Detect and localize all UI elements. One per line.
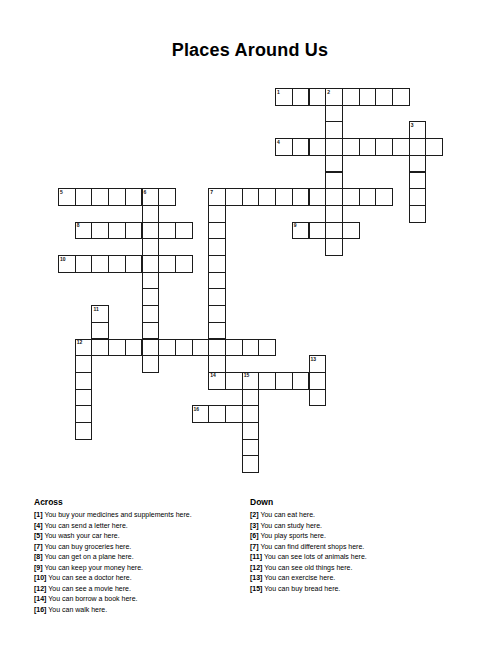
down-clue-13: [13] You can exercise here. [250,573,465,584]
cell-r17c13[interactable] [275,372,293,390]
cell-r8c3[interactable] [108,222,126,240]
cell-r0c16[interactable]: 2 [325,88,343,106]
cell-r7c21[interactable] [409,205,427,223]
cell-number: 6 [144,190,147,195]
down-clue-2: [2] You can eat here. [250,510,465,521]
cell-r8c4[interactable] [125,222,143,240]
cell-r17c11[interactable]: 15 [242,372,260,390]
across-clues-section: Across [1] You buy your medicines and su… [34,497,239,615]
down-clue-6: [6] You play sports here. [250,531,465,542]
cell-number: 14 [210,373,216,378]
cell-r15c10[interactable] [225,339,243,357]
cell-r6c9[interactable]: 7 [208,188,226,206]
cell-r15c4[interactable] [125,339,143,357]
cell-r19c1[interactable] [75,405,93,423]
cell-r6c4[interactable] [125,188,143,206]
cell-r8c17[interactable] [342,222,360,240]
cell-r6c6[interactable] [158,188,176,206]
cell-number: 2 [327,90,330,95]
cell-r0c20[interactable] [392,88,410,106]
down-clue-12: [12] You can see old things here. [250,563,465,574]
clue-text: You can see old things here. [262,564,352,571]
cell-r2c21[interactable]: 3 [409,121,427,139]
across-header: Across [34,497,239,507]
cell-r0c18[interactable] [359,88,377,106]
clue-text: You can walk here. [46,606,107,613]
clue-text: You can get on a plane here. [43,553,134,560]
cell-number: 13 [311,357,317,362]
cell-r6c1[interactable] [75,188,93,206]
cell-r6c15[interactable] [309,188,327,206]
clue-text: You can study here. [259,522,322,529]
cell-r2c16[interactable] [325,121,343,139]
cell-r5c16[interactable] [325,172,343,190]
across-clue-16: [16] You can walk here. [34,605,239,616]
clue-number: [8] [34,553,43,560]
cell-r6c14[interactable] [292,188,310,206]
cell-r6c11[interactable] [242,188,260,206]
cell-r15c6[interactable] [158,339,176,357]
down-clue-15: [15] You can buy bread here. [250,584,465,595]
clue-number: [10] [34,574,46,581]
cell-r6c10[interactable] [225,188,243,206]
cell-r15c12[interactable] [258,339,276,357]
cell-r15c1[interactable]: 12 [75,339,93,357]
cell-r15c7[interactable] [175,339,193,357]
cell-r10c3[interactable] [108,255,126,273]
cell-r19c9[interactable] [208,405,226,423]
clue-text: You wash your car here. [43,532,120,539]
down-clues-section: Down [2] You can eat here.[3] You can st… [250,497,465,594]
cell-r6c2[interactable] [91,188,109,206]
clue-text: You can see lots of animals here. [262,553,367,560]
clue-number: [9] [34,564,43,571]
cell-r3c18[interactable] [359,138,377,156]
clue-number: [15] [250,585,262,592]
cell-r7c5[interactable] [142,205,160,223]
clue-number: [14] [34,595,46,602]
cell-r10c4[interactable] [125,255,143,273]
cell-r3c15[interactable] [309,138,327,156]
cell-r9c16[interactable] [325,238,343,256]
clue-text: You can buy groceries here. [43,543,132,550]
cell-r15c5[interactable] [142,339,160,357]
cell-r12c9[interactable] [208,288,226,306]
cell-number: 9 [294,223,297,228]
cell-r6c0[interactable]: 5 [58,188,76,206]
cell-r10c7[interactable] [175,255,193,273]
clue-text: You can send a letter here. [43,522,128,529]
cell-r3c22[interactable] [425,138,443,156]
across-clue-12: [12] You can see a movie here. [34,584,239,595]
cell-r15c3[interactable] [108,339,126,357]
cell-number: 16 [194,407,200,412]
cell-r6c12[interactable] [258,188,276,206]
cell-r9c9[interactable] [208,238,226,256]
cell-r8c1[interactable]: 8 [75,222,93,240]
cell-r18c1[interactable] [75,389,93,407]
cell-r3c19[interactable] [375,138,393,156]
cell-r3c13[interactable]: 4 [275,138,293,156]
across-clue-9: [9] You can keep your money here. [34,563,239,574]
cell-r15c8[interactable] [192,339,210,357]
cell-r8c16[interactable] [325,222,343,240]
cell-r0c14[interactable] [292,88,310,106]
page-title: Places Around Us [0,40,500,61]
cell-number: 1 [277,90,280,95]
cell-number: 11 [93,307,98,312]
cell-r8c15[interactable] [309,222,327,240]
cell-r15c9[interactable] [208,339,226,357]
cell-r6c17[interactable] [342,188,360,206]
clue-text: You can buy bread here. [262,585,340,592]
cell-r19c11[interactable] [242,405,260,423]
cell-r17c9[interactable]: 14 [208,372,226,390]
cell-r21c11[interactable] [242,439,260,457]
cell-r17c14[interactable] [292,372,310,390]
cell-r7c16[interactable] [325,205,343,223]
cell-r3c17[interactable] [342,138,360,156]
cell-r8c7[interactable] [175,222,193,240]
clue-text: You play sports here. [259,532,326,539]
cell-r15c11[interactable] [242,339,260,357]
cell-r20c1[interactable] [75,422,93,440]
clue-number: [12] [34,585,46,592]
cell-r16c5[interactable] [142,355,160,373]
cell-number: 10 [60,257,66,262]
cell-r0c13[interactable]: 1 [275,88,293,106]
cell-r7c9[interactable] [208,205,226,223]
cell-r10c5[interactable] [142,255,160,273]
cell-r18c15[interactable] [309,389,327,407]
cell-r13c2[interactable]: 11 [91,305,109,323]
cell-r10c2[interactable] [91,255,109,273]
down-clue-3: [3] You can study here. [250,521,465,532]
cell-r17c10[interactable] [225,372,243,390]
cell-number: 12 [77,340,83,345]
clue-number: [3] [250,522,259,529]
cell-r3c20[interactable] [392,138,410,156]
across-clue-4: [4] You can send a letter here. [34,521,239,532]
clue-text: You can borrow a book here. [46,595,137,602]
cell-r0c19[interactable] [375,88,393,106]
cell-r8c9[interactable] [208,222,226,240]
cell-number: 4 [277,140,280,145]
cell-r10c1[interactable] [75,255,93,273]
cell-r4c16[interactable] [325,155,343,173]
cell-number: 7 [210,190,213,195]
clue-number: [16] [34,606,46,613]
across-clue-10: [10] You can see a doctor here. [34,573,239,584]
cell-r8c6[interactable] [158,222,176,240]
clue-number: [5] [34,532,43,539]
cell-r6c19[interactable] [375,188,393,206]
cell-r0c17[interactable] [342,88,360,106]
across-clue-5: [5] You wash your car here. [34,531,239,542]
down-clue-7: [7] You can find different shops here. [250,542,465,553]
clue-number: [12] [250,564,262,571]
cell-r14c5[interactable] [142,322,160,340]
clue-text: You can see a movie here. [46,585,130,592]
cell-r8c5[interactable] [142,222,160,240]
cell-r11c9[interactable] [208,272,226,290]
cell-r17c1[interactable] [75,372,93,390]
cell-r11c5[interactable] [142,272,160,290]
across-clue-list: [1] You buy your medicines and supplemen… [34,510,239,615]
down-clue-list: [2] You can eat here.[3] You can study h… [250,510,465,594]
cell-r17c12[interactable] [258,372,276,390]
cell-number: 5 [60,190,63,195]
clue-number: [7] [250,543,259,550]
cell-r8c2[interactable] [91,222,109,240]
cell-r14c2[interactable] [91,322,109,340]
clue-number: [4] [34,522,43,529]
clue-text: You can see a doctor here. [46,574,131,581]
across-clue-14: [14] You can borrow a book here. [34,594,239,605]
cell-r14c9[interactable] [208,322,226,340]
cell-r10c9[interactable] [208,255,226,273]
cell-r6c3[interactable] [108,188,126,206]
cell-r6c16[interactable] [325,188,343,206]
cell-r22c11[interactable] [242,455,260,473]
cell-r19c8[interactable]: 16 [192,405,210,423]
crossword-worksheet: Places Around Us 12345678910111213141516… [0,0,500,647]
cell-r8c14[interactable]: 9 [292,222,310,240]
cell-r0c15[interactable] [309,88,327,106]
clue-text: You can exercise here. [262,574,335,581]
clue-text: You can find different shops here. [259,543,365,550]
cell-r18c11[interactable] [242,389,260,407]
clue-number: [11] [250,553,262,560]
cell-r16c9[interactable] [208,355,226,373]
cell-r3c16[interactable] [325,138,343,156]
cell-r6c18[interactable] [359,188,377,206]
cell-r5c21[interactable] [409,172,427,190]
clue-number: [13] [250,574,262,581]
clue-text: You can keep your money here. [43,564,143,571]
cell-r15c2[interactable] [91,339,109,357]
cell-r13c5[interactable] [142,305,160,323]
cell-r6c21[interactable] [409,188,427,206]
across-clue-8: [8] You can get on a plane here. [34,552,239,563]
clue-text: You buy your medicines and supplements h… [43,511,192,518]
cell-number: 8 [77,223,80,228]
across-clue-7: [7] You can buy groceries here. [34,542,239,553]
cell-r4c21[interactable] [409,155,427,173]
clue-number: [6] [250,532,259,539]
cell-r17c15[interactable] [309,372,327,390]
cell-r19c10[interactable] [225,405,243,423]
clue-number: [1] [34,511,43,518]
cell-r6c13[interactable] [275,188,293,206]
down-clue-11: [11] You can see lots of animals here. [250,552,465,563]
across-clue-1: [1] You buy your medicines and supplemen… [34,510,239,521]
clue-number: [2] [250,511,259,518]
cell-r3c14[interactable] [292,138,310,156]
cell-r3c21[interactable] [409,138,427,156]
clue-text: You can eat here. [259,511,315,518]
cell-r16c1[interactable] [75,355,93,373]
crossword-grid: 12345678910111213141516 [58,88,444,474]
cell-number: 15 [244,373,250,378]
cell-r20c11[interactable] [242,422,260,440]
cell-r10c0[interactable]: 10 [58,255,76,273]
cell-r6c5[interactable]: 6 [142,188,160,206]
cell-r12c5[interactable] [142,288,160,306]
cell-r10c6[interactable] [158,255,176,273]
cell-r9c5[interactable] [142,238,160,256]
cell-number: 3 [411,123,414,128]
cell-r13c9[interactable] [208,305,226,323]
cell-r16c15[interactable]: 13 [309,355,327,373]
cell-r1c16[interactable] [325,105,343,123]
down-header: Down [250,497,465,507]
clue-number: [7] [34,543,43,550]
